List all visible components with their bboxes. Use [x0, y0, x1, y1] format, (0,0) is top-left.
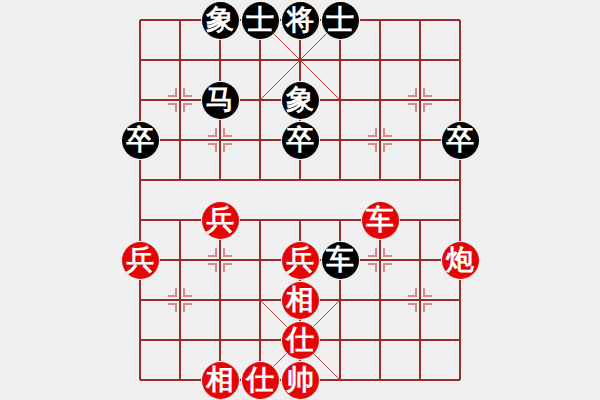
board-intersection[interactable]: [360, 240, 400, 280]
board-intersection[interactable]: [160, 120, 200, 160]
piece-red-advisor[interactable]: 仕: [242, 362, 279, 399]
board-intersection[interactable]: 士: [240, 0, 280, 40]
board-intersection[interactable]: [280, 40, 320, 80]
board-intersection[interactable]: [240, 40, 280, 80]
board-intersection[interactable]: 将: [280, 0, 320, 40]
board-intersection[interactable]: [280, 200, 320, 240]
board-intersection[interactable]: [200, 120, 240, 160]
board-intersection[interactable]: [320, 320, 360, 360]
piece-black-horse[interactable]: 马: [202, 82, 239, 119]
board-intersection[interactable]: 帅: [280, 360, 320, 400]
board-intersection[interactable]: [240, 280, 280, 320]
board-intersection[interactable]: [240, 120, 280, 160]
board-intersection[interactable]: 相: [280, 280, 320, 320]
board-intersection[interactable]: [400, 0, 440, 40]
board-intersection[interactable]: [120, 80, 160, 120]
board-intersection[interactable]: [440, 80, 480, 120]
board-intersection[interactable]: [440, 40, 480, 80]
board-intersection[interactable]: [240, 320, 280, 360]
board-intersection[interactable]: 兵: [280, 240, 320, 280]
board-intersection[interactable]: [200, 40, 240, 80]
piece-red-advisor[interactable]: 仕: [282, 322, 319, 359]
board-intersection[interactable]: [120, 40, 160, 80]
board-intersections: 象士将士马象卒卒卒兵车兵兵车炮相仕相仕帅: [120, 0, 480, 400]
board-intersection[interactable]: [440, 280, 480, 320]
piece-red-elephant[interactable]: 相: [202, 362, 239, 399]
board-intersection[interactable]: [160, 0, 200, 40]
board-intersection[interactable]: [360, 360, 400, 400]
board-intersection[interactable]: [440, 0, 480, 40]
board-intersection[interactable]: 马: [200, 80, 240, 120]
board-intersection[interactable]: 象: [200, 0, 240, 40]
board-intersection[interactable]: [160, 320, 200, 360]
board-intersection[interactable]: [360, 80, 400, 120]
board-intersection[interactable]: [400, 80, 440, 120]
board-intersection[interactable]: [120, 320, 160, 360]
board-intersection[interactable]: [240, 80, 280, 120]
board-intersection[interactable]: [440, 200, 480, 240]
board-intersection[interactable]: [400, 200, 440, 240]
piece-black-general[interactable]: 将: [282, 2, 319, 39]
board-intersection[interactable]: [440, 160, 480, 200]
board-intersection[interactable]: [400, 320, 440, 360]
xiangqi-board: 象士将士马象卒卒卒兵车兵兵车炮相仕相仕帅: [0, 0, 600, 400]
board-intersection[interactable]: [120, 360, 160, 400]
board-intersection[interactable]: [360, 120, 400, 160]
board-intersection[interactable]: [160, 160, 200, 200]
board-intersection[interactable]: [200, 240, 240, 280]
board-intersection[interactable]: [160, 280, 200, 320]
board-intersection[interactable]: [400, 240, 440, 280]
board-intersection[interactable]: [120, 160, 160, 200]
board-intersection[interactable]: [160, 200, 200, 240]
piece-red-elephant[interactable]: 相: [282, 282, 319, 319]
board-intersection[interactable]: [440, 320, 480, 360]
piece-red-soldier[interactable]: 兵: [202, 202, 239, 239]
piece-black-elephant[interactable]: 象: [202, 2, 239, 39]
board-intersection[interactable]: [200, 160, 240, 200]
board-intersection[interactable]: [360, 160, 400, 200]
board-intersection[interactable]: [400, 280, 440, 320]
piece-black-advisor[interactable]: 士: [322, 2, 359, 39]
board-intersection[interactable]: [120, 280, 160, 320]
board-intersection[interactable]: 炮: [440, 240, 480, 280]
board-intersection[interactable]: [320, 160, 360, 200]
board-intersection[interactable]: 卒: [120, 120, 160, 160]
board-intersection[interactable]: 兵: [120, 240, 160, 280]
board-intersection[interactable]: [200, 280, 240, 320]
board-intersection[interactable]: [360, 40, 400, 80]
board-intersection[interactable]: [400, 360, 440, 400]
piece-black-chariot[interactable]: 车: [322, 242, 359, 279]
board-intersection[interactable]: [120, 200, 160, 240]
board-intersection[interactable]: [400, 160, 440, 200]
board-intersection[interactable]: [160, 40, 200, 80]
board-intersection[interactable]: [360, 280, 400, 320]
board-intersection[interactable]: [160, 80, 200, 120]
board-intersection[interactable]: 兵: [200, 200, 240, 240]
board-intersection[interactable]: [200, 320, 240, 360]
board-intersection[interactable]: [400, 120, 440, 160]
piece-red-cannon[interactable]: 炮: [442, 242, 479, 279]
board-intersection[interactable]: 相: [200, 360, 240, 400]
board-intersection[interactable]: [440, 360, 480, 400]
board-intersection[interactable]: 车: [360, 200, 400, 240]
board-intersection[interactable]: [240, 160, 280, 200]
board-intersection[interactable]: 象: [280, 80, 320, 120]
board-intersection[interactable]: [240, 240, 280, 280]
board-intersection[interactable]: [160, 240, 200, 280]
board-intersection[interactable]: [360, 320, 400, 360]
board-intersection[interactable]: [240, 200, 280, 240]
piece-black-elephant[interactable]: 象: [282, 82, 319, 119]
piece-black-advisor[interactable]: 士: [242, 2, 279, 39]
board-intersection[interactable]: [120, 0, 160, 40]
board-intersection[interactable]: [400, 40, 440, 80]
piece-red-soldier[interactable]: 兵: [282, 242, 319, 279]
board-intersection[interactable]: [360, 0, 400, 40]
board-intersection[interactable]: 仕: [280, 320, 320, 360]
board-intersection[interactable]: 车: [320, 240, 360, 280]
board-intersection[interactable]: 士: [320, 0, 360, 40]
piece-black-soldier[interactable]: 卒: [122, 122, 159, 159]
board-intersection[interactable]: 卒: [440, 120, 480, 160]
piece-black-soldier[interactable]: 卒: [442, 122, 479, 159]
board-intersection[interactable]: 卒: [280, 120, 320, 160]
board-intersection[interactable]: [320, 200, 360, 240]
piece-red-chariot[interactable]: 车: [362, 202, 399, 239]
board-intersection[interactable]: [160, 360, 200, 400]
piece-red-soldier[interactable]: 兵: [122, 242, 159, 279]
board-intersection[interactable]: [320, 40, 360, 80]
board-intersection[interactable]: [320, 120, 360, 160]
board-intersection[interactable]: 仕: [240, 360, 280, 400]
piece-black-soldier[interactable]: 卒: [282, 122, 319, 159]
board-intersection[interactable]: [320, 360, 360, 400]
board-intersection[interactable]: [320, 80, 360, 120]
piece-red-general[interactable]: 帅: [282, 362, 319, 399]
board-intersection[interactable]: [280, 160, 320, 200]
board-intersection[interactable]: [320, 280, 360, 320]
